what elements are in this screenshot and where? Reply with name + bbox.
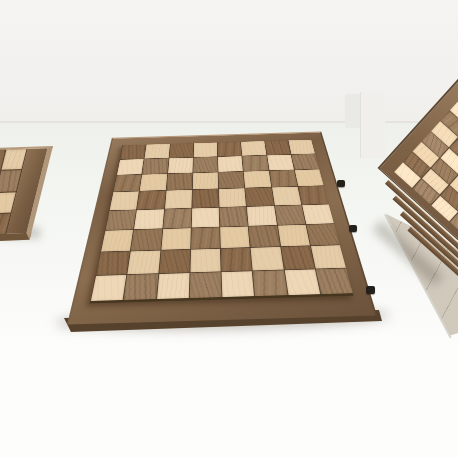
main-square-r1c4[interactable] <box>218 156 243 172</box>
main-square-r0c7[interactable] <box>288 140 315 155</box>
main-square-r5c1[interactable] <box>131 229 162 251</box>
main-square-r5c7[interactable] <box>306 224 339 246</box>
main-square-r7c5[interactable] <box>253 270 287 296</box>
main-square-r7c4[interactable] <box>222 271 255 297</box>
main-square-r5c4[interactable] <box>220 226 250 248</box>
main-square-r1c5[interactable] <box>242 155 268 171</box>
main-square-r2c4[interactable] <box>218 172 244 189</box>
main-square-r0c5[interactable] <box>241 141 266 156</box>
main-square-r0c3[interactable] <box>193 142 217 157</box>
playing-panel <box>89 140 353 304</box>
main-square-r3c3[interactable] <box>192 189 219 207</box>
main-square-r0c2[interactable] <box>169 143 193 158</box>
main-square-r4c5[interactable] <box>247 206 277 226</box>
main-square-r6c4[interactable] <box>221 248 252 272</box>
main-square-r5c6[interactable] <box>277 225 309 247</box>
main-square-r0c1[interactable] <box>145 144 170 159</box>
main-square-r0c4[interactable] <box>217 142 241 157</box>
main-square-r4c7[interactable] <box>302 204 334 224</box>
main-square-r3c7[interactable] <box>298 186 328 204</box>
main-square-r3c6[interactable] <box>272 187 301 205</box>
main-square-r4c4[interactable] <box>220 207 248 227</box>
main-square-r6c7[interactable] <box>311 245 346 268</box>
main-square-r5c2[interactable] <box>161 228 191 250</box>
main-square-r7c7[interactable] <box>316 268 353 294</box>
main-square-r6c5[interactable] <box>251 247 283 271</box>
main-square-r2c7[interactable] <box>295 169 324 186</box>
main-square-r1c2[interactable] <box>168 158 193 174</box>
main-square-r2c0[interactable] <box>113 175 141 192</box>
hinge-screw <box>337 180 345 187</box>
main-square-r4c6[interactable] <box>274 205 305 225</box>
main-square-r7c1[interactable] <box>124 274 158 300</box>
main-square-r7c0[interactable] <box>91 275 127 301</box>
main-square-r0c6[interactable] <box>265 140 291 155</box>
main-square-r0c0[interactable] <box>120 145 146 160</box>
main-square-r1c1[interactable] <box>142 158 168 174</box>
main-square-r3c4[interactable] <box>219 188 246 206</box>
hinge-screw <box>366 286 375 294</box>
main-square-r4c3[interactable] <box>191 207 219 227</box>
main-square-r4c2[interactable] <box>163 208 191 228</box>
main-square-r1c6[interactable] <box>267 155 294 171</box>
main-square-r6c1[interactable] <box>128 250 160 274</box>
main-square-r7c6[interactable] <box>284 269 320 295</box>
main-square-r5c5[interactable] <box>249 225 280 247</box>
main-square-r2c2[interactable] <box>166 173 192 190</box>
chess-board-grid <box>91 140 353 301</box>
main-square-r1c0[interactable] <box>117 159 144 175</box>
main-square-r2c5[interactable] <box>244 171 271 188</box>
main-square-r4c1[interactable] <box>134 209 164 229</box>
board-tilt-wrapper <box>0 0 458 458</box>
main-square-r5c0[interactable] <box>101 230 133 252</box>
main-square-r3c0[interactable] <box>110 192 139 210</box>
main-square-r1c7[interactable] <box>291 154 319 170</box>
main-square-r3c1[interactable] <box>137 191 165 209</box>
main-square-r2c3[interactable] <box>193 172 219 189</box>
main-square-r7c3[interactable] <box>189 272 221 298</box>
main-square-r6c2[interactable] <box>159 249 190 273</box>
main-square-r5c3[interactable] <box>191 227 220 249</box>
main-square-r6c6[interactable] <box>281 246 315 270</box>
main-square-r2c1[interactable] <box>140 174 167 191</box>
main-square-r6c3[interactable] <box>190 249 220 273</box>
chess-board <box>67 132 377 325</box>
main-square-r4c0[interactable] <box>106 210 137 230</box>
main-square-r2c6[interactable] <box>269 170 297 187</box>
main-square-r6c0[interactable] <box>96 251 130 275</box>
main-square-r7c2[interactable] <box>157 273 190 299</box>
main-square-r3c2[interactable] <box>165 190 192 208</box>
main-square-r3c5[interactable] <box>245 188 273 206</box>
main-square-r1c3[interactable] <box>193 157 218 173</box>
scene: Empty walnut and maple wooden chess boar… <box>0 0 458 458</box>
hinge-screw <box>349 225 357 232</box>
